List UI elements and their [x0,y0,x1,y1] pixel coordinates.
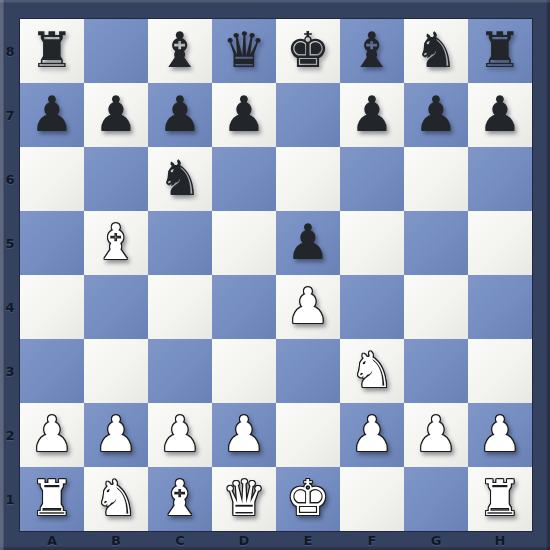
piece-black-rook[interactable]: ♜ [20,19,84,83]
square-a7[interactable]: ♟ [20,83,84,147]
square-b5[interactable]: ♝ [84,211,148,275]
square-a6[interactable] [20,147,84,211]
square-d4[interactable] [212,275,276,339]
square-f6[interactable] [340,147,404,211]
square-c6[interactable]: ♞ [148,147,212,211]
chess-board-frame: ♜♝♛♚♝♞♜♟♟♟♟♟♟♟♞♝♟♟♞♟♟♟♟♟♟♟♜♞♝♛♚♜ 8765432… [0,0,550,550]
square-f5[interactable] [340,211,404,275]
file-label-h: H [468,531,532,550]
square-d7[interactable]: ♟ [212,83,276,147]
file-label-a: A [20,531,84,550]
piece-white-bishop[interactable]: ♝ [84,211,148,275]
square-f3[interactable]: ♞ [340,339,404,403]
square-a5[interactable] [20,211,84,275]
piece-white-bishop[interactable]: ♝ [148,467,212,531]
rank-label-8: 8 [0,19,20,83]
piece-black-queen[interactable]: ♛ [212,19,276,83]
square-g5[interactable] [404,211,468,275]
piece-white-pawn[interactable]: ♟ [404,403,468,467]
piece-black-bishop[interactable]: ♝ [148,19,212,83]
piece-black-pawn[interactable]: ♟ [468,83,532,147]
piece-white-pawn[interactable]: ♟ [20,403,84,467]
square-h1[interactable]: ♜ [468,467,532,531]
piece-white-pawn[interactable]: ♟ [148,403,212,467]
rank-label-7: 7 [0,83,20,147]
square-e6[interactable] [276,147,340,211]
piece-white-pawn[interactable]: ♟ [276,275,340,339]
square-c4[interactable] [148,275,212,339]
square-g1[interactable] [404,467,468,531]
piece-white-knight[interactable]: ♞ [340,339,404,403]
file-label-c: C [148,531,212,550]
piece-black-pawn[interactable]: ♟ [212,83,276,147]
square-e7[interactable] [276,83,340,147]
rank-label-4: 4 [0,275,20,339]
square-g8[interactable]: ♞ [404,19,468,83]
square-d3[interactable] [212,339,276,403]
square-a1[interactable]: ♜ [20,467,84,531]
file-label-b: B [84,531,148,550]
square-c5[interactable] [148,211,212,275]
square-b3[interactable] [84,339,148,403]
square-a3[interactable] [20,339,84,403]
square-e3[interactable] [276,339,340,403]
square-h8[interactable]: ♜ [468,19,532,83]
square-g3[interactable] [404,339,468,403]
file-label-g: G [404,531,468,550]
piece-black-pawn[interactable]: ♟ [84,83,148,147]
piece-white-pawn[interactable]: ♟ [468,403,532,467]
piece-black-pawn[interactable]: ♟ [276,211,340,275]
square-h7[interactable]: ♟ [468,83,532,147]
square-c1[interactable]: ♝ [148,467,212,531]
piece-white-pawn[interactable]: ♟ [212,403,276,467]
square-b1[interactable]: ♞ [84,467,148,531]
square-g4[interactable] [404,275,468,339]
square-c3[interactable] [148,339,212,403]
square-b2[interactable]: ♟ [84,403,148,467]
piece-black-king[interactable]: ♚ [276,19,340,83]
square-b7[interactable]: ♟ [84,83,148,147]
square-d8[interactable]: ♛ [212,19,276,83]
piece-black-pawn[interactable]: ♟ [148,83,212,147]
square-h5[interactable] [468,211,532,275]
square-g7[interactable]: ♟ [404,83,468,147]
square-h4[interactable] [468,275,532,339]
square-a2[interactable]: ♟ [20,403,84,467]
piece-black-bishop[interactable]: ♝ [340,19,404,83]
rank-labels: 87654321 [0,19,20,531]
piece-black-rook[interactable]: ♜ [468,19,532,83]
square-e2[interactable] [276,403,340,467]
square-e5[interactable]: ♟ [276,211,340,275]
square-h3[interactable] [468,339,532,403]
square-d6[interactable] [212,147,276,211]
square-c8[interactable]: ♝ [148,19,212,83]
square-d5[interactable] [212,211,276,275]
square-a4[interactable] [20,275,84,339]
piece-black-pawn[interactable]: ♟ [404,83,468,147]
file-label-e: E [276,531,340,550]
piece-white-king[interactable]: ♚ [276,467,340,531]
piece-black-pawn[interactable]: ♟ [20,83,84,147]
square-a8[interactable]: ♜ [20,19,84,83]
rank-label-3: 3 [0,339,20,403]
board: ♜♝♛♚♝♞♜♟♟♟♟♟♟♟♞♝♟♟♞♟♟♟♟♟♟♟♜♞♝♛♚♜ [20,19,532,531]
square-c2[interactable]: ♟ [148,403,212,467]
file-labels: ABCDEFGH [20,531,532,550]
rank-label-6: 6 [0,147,20,211]
square-d2[interactable]: ♟ [212,403,276,467]
piece-white-queen[interactable]: ♛ [212,467,276,531]
square-f8[interactable]: ♝ [340,19,404,83]
square-c7[interactable]: ♟ [148,83,212,147]
piece-white-rook[interactable]: ♜ [20,467,84,531]
square-g2[interactable]: ♟ [404,403,468,467]
rank-label-5: 5 [0,211,20,275]
square-h6[interactable] [468,147,532,211]
square-e8[interactable]: ♚ [276,19,340,83]
piece-white-pawn[interactable]: ♟ [84,403,148,467]
square-d1[interactable]: ♛ [212,467,276,531]
piece-white-knight[interactable]: ♞ [84,467,148,531]
file-label-f: F [340,531,404,550]
square-e1[interactable]: ♚ [276,467,340,531]
square-h2[interactable]: ♟ [468,403,532,467]
square-f2[interactable]: ♟ [340,403,404,467]
rank-label-2: 2 [0,403,20,467]
square-f7[interactable]: ♟ [340,83,404,147]
piece-white-rook[interactable]: ♜ [468,467,532,531]
piece-black-pawn[interactable]: ♟ [340,83,404,147]
piece-black-knight[interactable]: ♞ [404,19,468,83]
square-f4[interactable] [340,275,404,339]
piece-black-knight[interactable]: ♞ [148,147,212,211]
square-g6[interactable] [404,147,468,211]
square-b4[interactable] [84,275,148,339]
rank-label-1: 1 [0,467,20,531]
square-b8[interactable] [84,19,148,83]
square-f1[interactable] [340,467,404,531]
file-label-d: D [212,531,276,550]
piece-white-pawn[interactable]: ♟ [340,403,404,467]
square-e4[interactable]: ♟ [276,275,340,339]
square-b6[interactable] [84,147,148,211]
